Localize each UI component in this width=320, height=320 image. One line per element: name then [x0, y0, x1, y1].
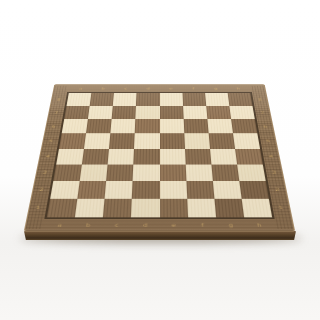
coordinate-label: h: [244, 219, 274, 231]
coordinate-label: 8: [252, 93, 268, 106]
board-square: [207, 119, 233, 133]
board-square: [160, 181, 187, 199]
board-square: [213, 181, 242, 199]
playing-area: [44, 92, 274, 219]
board-square: [136, 93, 159, 106]
board-square: [103, 199, 132, 218]
board-square: [112, 106, 136, 119]
board-square: [237, 164, 266, 181]
coordinate-label: f: [182, 85, 205, 92]
coordinate-label: e: [160, 219, 189, 231]
board-square: [160, 199, 188, 218]
board-square: [135, 119, 159, 133]
board-square: [84, 134, 110, 149]
board-square: [109, 134, 135, 149]
coordinate-label: a: [69, 85, 93, 92]
board-frame: abcdefgh abcdefgh 87654321 87654321: [24, 84, 295, 231]
board-square: [53, 164, 82, 181]
board-square: [206, 106, 231, 119]
file-labels-top: abcdefgh: [69, 85, 250, 92]
board-square: [134, 149, 160, 165]
chess-board: abcdefgh abcdefgh 87654321 87654321: [24, 84, 295, 231]
board-side-edge: [24, 231, 296, 240]
board-square: [187, 199, 216, 218]
coordinate-label: f: [188, 219, 217, 231]
board-square: [105, 181, 133, 199]
board-square: [205, 93, 229, 106]
coordinate-label: 4: [262, 149, 280, 165]
board-square: [160, 149, 186, 165]
board-square: [131, 199, 159, 218]
board-square: [210, 149, 237, 165]
coordinate-label: 2: [268, 181, 287, 199]
board-square: [183, 106, 207, 119]
board-square: [231, 119, 257, 133]
board-square: [133, 164, 160, 181]
board-square: [77, 181, 106, 199]
coordinate-label: 7: [254, 106, 271, 119]
board-square: [50, 181, 80, 199]
board-square: [242, 199, 273, 218]
coordinate-label: b: [92, 85, 115, 92]
board-square: [64, 106, 90, 119]
coordinate-label: g: [204, 85, 227, 92]
board-square: [160, 134, 185, 149]
coordinate-label: e: [160, 85, 183, 92]
board-square: [56, 149, 84, 165]
board-square: [108, 149, 135, 165]
board-square: [134, 134, 159, 149]
board-square: [88, 106, 113, 119]
coordinate-label: h: [226, 85, 250, 92]
file-labels-bottom: abcdefgh: [45, 219, 275, 231]
board-square: [186, 181, 214, 199]
squares-grid: [47, 93, 272, 217]
board-square: [185, 164, 212, 181]
board-square: [208, 134, 234, 149]
board-square: [233, 134, 260, 149]
board-square: [82, 149, 109, 165]
board-square: [184, 134, 210, 149]
product-photo-scene: abcdefgh abcdefgh 87654321 87654321: [0, 0, 320, 320]
board-square: [239, 181, 269, 199]
coordinate-label: g: [216, 219, 246, 231]
coordinate-label: 6: [257, 119, 274, 133]
board-square: [183, 119, 208, 133]
board-square: [182, 93, 206, 106]
board-square: [90, 93, 114, 106]
board-square: [62, 119, 88, 133]
board-square: [80, 164, 108, 181]
board-square: [75, 199, 105, 218]
board-square: [160, 119, 184, 133]
coordinate-label: a: [45, 219, 75, 231]
board-square: [185, 149, 212, 165]
coordinate-label: 1: [271, 199, 291, 218]
board-square: [86, 119, 112, 133]
board-square: [160, 164, 187, 181]
coordinate-label: 3: [265, 164, 284, 181]
board-square: [132, 181, 159, 199]
board-square: [59, 134, 86, 149]
board-square: [106, 164, 133, 181]
board-square: [111, 119, 136, 133]
coordinate-label: c: [114, 85, 137, 92]
board-square: [160, 106, 184, 119]
coordinate-label: 5: [259, 134, 277, 149]
board-square: [67, 93, 92, 106]
coordinate-label: c: [102, 219, 131, 231]
board-square: [47, 199, 78, 218]
board-square: [228, 93, 253, 106]
coordinate-label: d: [137, 85, 160, 92]
board-square: [235, 149, 263, 165]
board-square: [160, 93, 183, 106]
board-square: [214, 199, 244, 218]
board-square: [113, 93, 137, 106]
board-square: [136, 106, 160, 119]
coordinate-label: b: [73, 219, 103, 231]
board-square: [229, 106, 255, 119]
board-square: [211, 164, 239, 181]
coordinate-label: d: [131, 219, 160, 231]
